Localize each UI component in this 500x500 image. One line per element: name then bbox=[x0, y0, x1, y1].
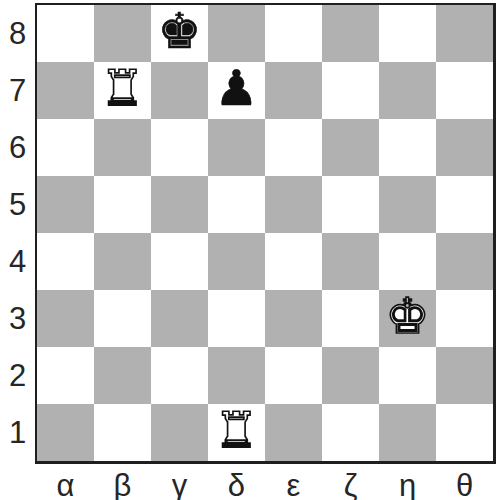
square-a5[interactable] bbox=[37, 176, 94, 233]
square-c6[interactable] bbox=[151, 119, 208, 176]
rank-label-5: 5 bbox=[0, 176, 35, 233]
square-g7[interactable] bbox=[379, 62, 436, 119]
square-g4[interactable] bbox=[379, 233, 436, 290]
file-label-a: α bbox=[37, 464, 94, 500]
rank-label-3: 3 bbox=[0, 290, 35, 347]
square-g8[interactable] bbox=[379, 5, 436, 62]
square-b2[interactable] bbox=[94, 347, 151, 404]
square-f4[interactable] bbox=[322, 233, 379, 290]
square-g6[interactable] bbox=[379, 119, 436, 176]
rank-label-8: 8 bbox=[0, 5, 35, 62]
square-b4[interactable] bbox=[94, 233, 151, 290]
square-a1[interactable] bbox=[37, 404, 94, 461]
square-e2[interactable] bbox=[265, 347, 322, 404]
file-label-f: ζ bbox=[322, 464, 379, 500]
square-g3[interactable]: ♚ bbox=[379, 290, 436, 347]
square-d5[interactable] bbox=[208, 176, 265, 233]
black-pawn[interactable]: ♟ bbox=[208, 62, 265, 119]
square-h5[interactable] bbox=[436, 176, 493, 233]
square-c8[interactable]: ♚ bbox=[151, 5, 208, 62]
square-c4[interactable] bbox=[151, 233, 208, 290]
square-f7[interactable] bbox=[322, 62, 379, 119]
square-g1[interactable] bbox=[379, 404, 436, 461]
square-f1[interactable] bbox=[322, 404, 379, 461]
square-e7[interactable] bbox=[265, 62, 322, 119]
file-label-h: θ bbox=[436, 464, 493, 500]
square-b8[interactable] bbox=[94, 5, 151, 62]
corner-spacer bbox=[0, 464, 35, 500]
rank-label-6: 6 bbox=[0, 119, 35, 176]
square-f2[interactable] bbox=[322, 347, 379, 404]
square-c7[interactable] bbox=[151, 62, 208, 119]
square-d8[interactable] bbox=[208, 5, 265, 62]
square-e4[interactable] bbox=[265, 233, 322, 290]
square-c1[interactable] bbox=[151, 404, 208, 461]
square-e6[interactable] bbox=[265, 119, 322, 176]
square-c2[interactable] bbox=[151, 347, 208, 404]
square-h1[interactable] bbox=[436, 404, 493, 461]
rank-labels: 87654321 bbox=[0, 3, 35, 464]
rank-label-1: 1 bbox=[0, 404, 35, 461]
square-d1[interactable]: ♜ bbox=[208, 404, 265, 461]
black-king[interactable]: ♚ bbox=[151, 5, 208, 62]
square-h6[interactable] bbox=[436, 119, 493, 176]
square-f6[interactable] bbox=[322, 119, 379, 176]
rank-label-2: 2 bbox=[0, 347, 35, 404]
square-d3[interactable] bbox=[208, 290, 265, 347]
rank-label-4: 4 bbox=[0, 233, 35, 290]
file-label-b: β bbox=[94, 464, 151, 500]
square-a2[interactable] bbox=[37, 347, 94, 404]
chess-board: ♚♜♟♚♜ bbox=[35, 3, 496, 464]
square-g5[interactable] bbox=[379, 176, 436, 233]
square-a4[interactable] bbox=[37, 233, 94, 290]
square-b1[interactable] bbox=[94, 404, 151, 461]
chess-diagram: 87654321 ♚♜♟♚♜ αβγδεζηθ bbox=[0, 0, 500, 500]
square-h4[interactable] bbox=[436, 233, 493, 290]
square-f5[interactable] bbox=[322, 176, 379, 233]
square-d2[interactable] bbox=[208, 347, 265, 404]
square-h8[interactable] bbox=[436, 5, 493, 62]
square-e8[interactable] bbox=[265, 5, 322, 62]
square-d4[interactable] bbox=[208, 233, 265, 290]
square-b3[interactable] bbox=[94, 290, 151, 347]
white-rook[interactable]: ♜ bbox=[94, 62, 151, 119]
square-e1[interactable] bbox=[265, 404, 322, 461]
file-labels: αβγδεζηθ bbox=[35, 464, 496, 500]
square-d7[interactable]: ♟ bbox=[208, 62, 265, 119]
file-label-g: η bbox=[379, 464, 436, 500]
square-b5[interactable] bbox=[94, 176, 151, 233]
white-rook[interactable]: ♜ bbox=[208, 404, 265, 461]
square-c3[interactable] bbox=[151, 290, 208, 347]
square-a7[interactable] bbox=[37, 62, 94, 119]
square-h3[interactable] bbox=[436, 290, 493, 347]
square-g2[interactable] bbox=[379, 347, 436, 404]
square-h7[interactable] bbox=[436, 62, 493, 119]
square-a6[interactable] bbox=[37, 119, 94, 176]
square-c5[interactable] bbox=[151, 176, 208, 233]
rank-label-7: 7 bbox=[0, 62, 35, 119]
file-label-c: γ bbox=[151, 464, 208, 500]
square-d6[interactable] bbox=[208, 119, 265, 176]
square-h2[interactable] bbox=[436, 347, 493, 404]
file-label-e: ε bbox=[265, 464, 322, 500]
square-a8[interactable] bbox=[37, 5, 94, 62]
square-e3[interactable] bbox=[265, 290, 322, 347]
square-f3[interactable] bbox=[322, 290, 379, 347]
square-e5[interactable] bbox=[265, 176, 322, 233]
file-label-d: δ bbox=[208, 464, 265, 500]
square-b6[interactable] bbox=[94, 119, 151, 176]
square-f8[interactable] bbox=[322, 5, 379, 62]
square-b7[interactable]: ♜ bbox=[94, 62, 151, 119]
white-king[interactable]: ♚ bbox=[379, 290, 436, 347]
square-a3[interactable] bbox=[37, 290, 94, 347]
